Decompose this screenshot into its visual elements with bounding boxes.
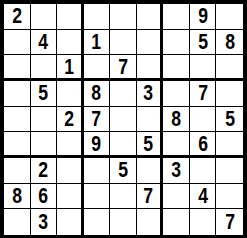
given-digit: 8 (92, 82, 102, 104)
cell-r2c9[interactable]: 8 (216, 30, 243, 56)
cell-r2c7[interactable] (163, 30, 190, 56)
given-digit: 1 (64, 56, 74, 78)
cell-r1c6[interactable] (137, 4, 164, 30)
cell-r6c2[interactable] (31, 132, 58, 158)
given-digit: 8 (12, 185, 22, 207)
given-digit: 7 (144, 185, 154, 207)
cell-r5c9[interactable]: 5 (216, 107, 243, 133)
given-digit: 9 (198, 5, 208, 27)
given-digit: 7 (198, 82, 208, 104)
given-digit: 7 (92, 108, 102, 130)
given-digit: 2 (12, 5, 22, 27)
cell-r1c9[interactable] (216, 4, 243, 30)
cell-r5c6[interactable] (137, 107, 164, 133)
cell-r5c8[interactable] (190, 107, 217, 133)
cell-r4c2[interactable]: 5 (31, 81, 58, 107)
cell-r8c8[interactable]: 4 (190, 184, 217, 210)
given-digit: 7 (225, 211, 235, 233)
given-digit: 6 (198, 133, 208, 155)
cell-r5c5[interactable] (110, 107, 137, 133)
cell-r5c1[interactable] (4, 107, 31, 133)
given-digit: 2 (38, 159, 48, 181)
given-digit: 7 (118, 56, 128, 78)
cell-r6c9[interactable] (216, 132, 243, 158)
cell-r5c3[interactable]: 2 (57, 107, 84, 133)
given-digit: 5 (198, 31, 208, 53)
given-digit: 1 (92, 31, 102, 53)
cell-r9c9[interactable]: 7 (216, 209, 243, 235)
cell-r4c1[interactable] (4, 81, 31, 107)
cell-r9c8[interactable] (190, 209, 217, 235)
cell-r8c1[interactable]: 8 (4, 184, 31, 210)
given-digit: 5 (225, 108, 235, 130)
cell-r8c2[interactable]: 6 (31, 184, 58, 210)
cell-r6c1[interactable] (4, 132, 31, 158)
cell-r8c7[interactable] (163, 184, 190, 210)
cell-r7c1[interactable] (4, 158, 31, 184)
cell-r8c5[interactable] (110, 184, 137, 210)
cell-r2c2[interactable]: 4 (31, 30, 58, 56)
given-digit: 4 (38, 31, 48, 53)
cell-r4c4[interactable]: 8 (84, 81, 111, 107)
cell-r1c4[interactable] (84, 4, 111, 30)
given-digit: 9 (92, 133, 102, 155)
cell-r6c5[interactable] (110, 132, 137, 158)
cell-r2c6[interactable] (137, 30, 164, 56)
sudoku-board: 2941581758372785956253867437 (0, 0, 247, 238)
cell-r3c6[interactable] (137, 55, 164, 81)
cell-r4c8[interactable]: 7 (190, 81, 217, 107)
cell-r2c8[interactable]: 5 (190, 30, 217, 56)
cell-r7c2[interactable]: 2 (31, 158, 58, 184)
cell-r5c2[interactable] (31, 107, 58, 133)
cell-r1c5[interactable] (110, 4, 137, 30)
cell-r2c1[interactable] (4, 30, 31, 56)
cell-r1c8[interactable]: 9 (190, 4, 217, 30)
given-digit: 3 (38, 211, 48, 233)
cell-r7c5[interactable]: 5 (110, 158, 137, 184)
cell-r7c8[interactable] (190, 158, 217, 184)
cell-r2c5[interactable] (110, 30, 137, 56)
cell-r3c1[interactable] (4, 55, 31, 81)
cell-r9c1[interactable] (4, 209, 31, 235)
cell-r7c4[interactable] (84, 158, 111, 184)
cell-r1c2[interactable] (31, 4, 58, 30)
cell-r7c9[interactable] (216, 158, 243, 184)
given-digit: 3 (171, 159, 181, 181)
given-digit: 3 (144, 82, 154, 104)
cell-r8c9[interactable] (216, 184, 243, 210)
cell-r4c5[interactable] (110, 81, 137, 107)
cell-r3c3[interactable]: 1 (57, 55, 84, 81)
given-digit: 4 (198, 185, 208, 207)
cell-r7c3[interactable] (57, 158, 84, 184)
cell-r3c2[interactable] (31, 55, 58, 81)
given-digit: 5 (144, 133, 154, 155)
given-digit: 6 (38, 185, 48, 207)
cell-r6c3[interactable] (57, 132, 84, 158)
cell-r4c6[interactable]: 3 (137, 81, 164, 107)
cell-r9c3[interactable] (57, 209, 84, 235)
cell-r9c2[interactable]: 3 (31, 209, 58, 235)
cell-r3c4[interactable] (84, 55, 111, 81)
cell-r8c6[interactable]: 7 (137, 184, 164, 210)
cell-r6c7[interactable] (163, 132, 190, 158)
cell-r3c8[interactable] (190, 55, 217, 81)
cell-r6c8[interactable]: 6 (190, 132, 217, 158)
cell-r4c9[interactable] (216, 81, 243, 107)
cell-r1c7[interactable] (163, 4, 190, 30)
cell-r5c4[interactable]: 7 (84, 107, 111, 133)
cell-r2c3[interactable] (57, 30, 84, 56)
given-digit: 8 (225, 31, 235, 53)
cell-r7c6[interactable] (137, 158, 164, 184)
cell-r4c7[interactable] (163, 81, 190, 107)
given-digit: 5 (118, 159, 128, 181)
given-digit: 2 (64, 108, 74, 130)
cell-r8c3[interactable] (57, 184, 84, 210)
cell-r4c3[interactable] (57, 81, 84, 107)
cell-r2c4[interactable]: 1 (84, 30, 111, 56)
cell-r6c4[interactable]: 9 (84, 132, 111, 158)
cell-r9c5[interactable] (110, 209, 137, 235)
cell-r9c6[interactable] (137, 209, 164, 235)
cell-r9c7[interactable] (163, 209, 190, 235)
cell-r5c7[interactable]: 8 (163, 107, 190, 133)
cell-r3c5[interactable]: 7 (110, 55, 137, 81)
cell-r1c1[interactable]: 2 (4, 4, 31, 30)
cell-r3c7[interactable] (163, 55, 190, 81)
cell-r1c3[interactable] (57, 4, 84, 30)
cell-r7c7[interactable]: 3 (163, 158, 190, 184)
given-digit: 5 (38, 82, 48, 104)
cell-r9c4[interactable] (84, 209, 111, 235)
given-digit: 8 (171, 108, 181, 130)
cell-r6c6[interactable]: 5 (137, 132, 164, 158)
cell-r8c4[interactable] (84, 184, 111, 210)
cell-r3c9[interactable] (216, 55, 243, 81)
